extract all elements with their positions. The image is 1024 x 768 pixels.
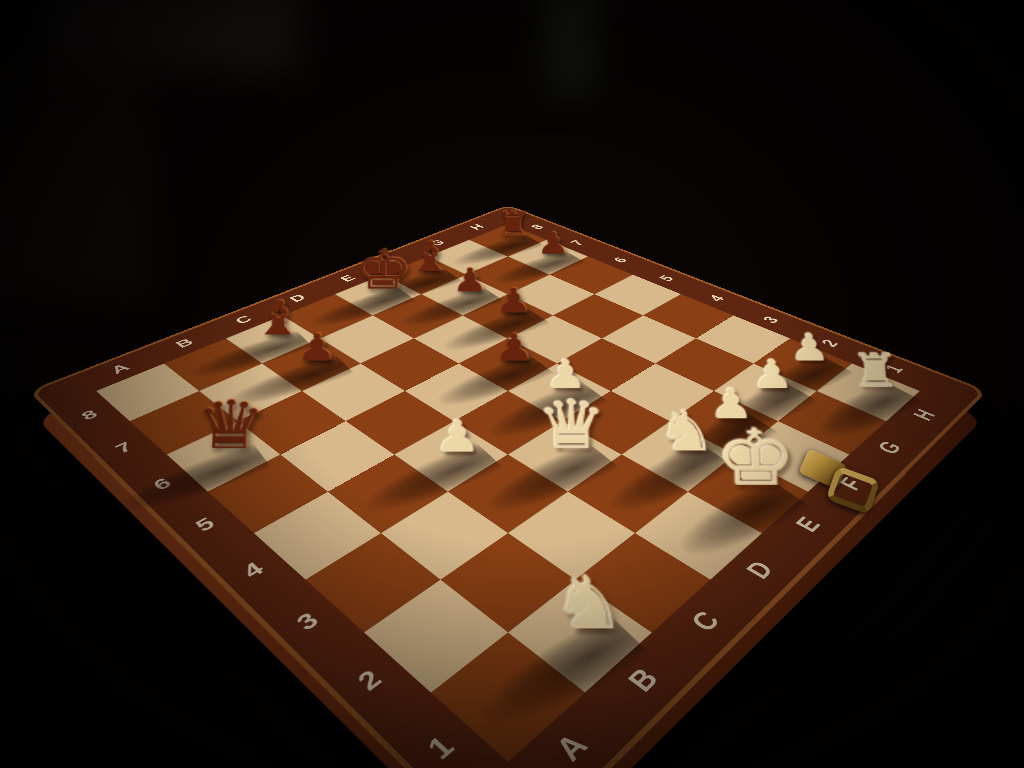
piece-black-pawn-c7[interactable]: ♟ xyxy=(279,329,355,366)
photo-scene: ABCDEFGH8♝♚♝♜87♟♟♟76♛♟65♟54♟♟43♛32♞♟♟♟21… xyxy=(0,0,1024,768)
piece-black-queen-a6[interactable]: ♛ xyxy=(185,392,274,459)
piece-black-pawn-f6[interactable]: ♟ xyxy=(479,284,548,318)
piece-black-pawn-h7[interactable]: ♟ xyxy=(523,229,584,259)
background-blur-shape xyxy=(40,0,300,70)
piece-white-queen-d3[interactable]: ♛ xyxy=(529,392,616,459)
background-blur-shape xyxy=(548,0,594,95)
piece-white-pawn-c4[interactable]: ♟ xyxy=(414,415,501,459)
piece-black-king-e8[interactable]: ♚ xyxy=(350,242,417,296)
piece-white-rook-h1[interactable]: ♜ xyxy=(835,349,916,395)
background-blur-shape xyxy=(0,40,150,300)
piece-white-king-e1[interactable]: ♚ xyxy=(709,419,803,496)
chess-board[interactable]: ABCDEFGH8♝♚♝♜87♟♟♟76♛♟65♟54♟♟43♛32♞♟♟♟21… xyxy=(28,205,988,768)
piece-white-knight-b1[interactable]: ♞ xyxy=(534,567,644,640)
